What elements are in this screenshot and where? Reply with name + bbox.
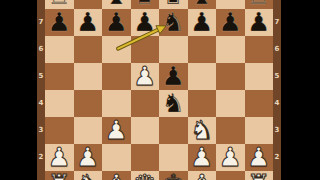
rank-label-left-1: 1 [37,171,45,180]
piece-white-pawn-g2: ♟ [219,144,242,171]
piece-black-pawn-d7: ♟ [133,9,156,36]
square-a6[interactable] [45,36,74,63]
square-a5[interactable] [45,63,74,90]
square-h2[interactable]: ♟ [245,144,274,171]
square-b7[interactable]: ♟ [74,9,103,36]
rank-label-left-2: 2 [37,144,45,171]
piece-black-pawn-g7: ♟ [219,9,242,36]
square-f7[interactable]: ♟ [188,9,217,36]
piece-black-queen-d8: ♛ [133,0,156,9]
chess-video-frame: 87654321 ♜♝♛♚♝♜♟♟♟♟♞♟♟♟♟♟♞♟♞♟♟♟♟♟♜♞♝♛♚♝♜… [0,0,320,180]
rank-label-right-8: 8 [273,0,281,9]
piece-black-rook-h8: ♜ [247,0,270,9]
square-b4[interactable] [74,90,103,117]
square-e7[interactable]: ♞ [159,9,188,36]
rank-label-right-5: 5 [273,63,281,90]
square-c1[interactable]: ♝ [102,171,131,180]
rank-label-right-1: 1 [273,171,281,180]
square-g5[interactable] [216,63,245,90]
square-g3[interactable] [216,117,245,144]
square-c6[interactable] [102,36,131,63]
square-g8[interactable] [216,0,245,9]
square-b6[interactable] [74,36,103,63]
square-f5[interactable] [188,63,217,90]
square-c4[interactable] [102,90,131,117]
piece-white-bishop-c1: ♝ [105,171,128,180]
rank-label-right-7: 7 [273,9,281,36]
square-a2[interactable]: ♟ [45,144,74,171]
piece-white-knight-b1: ♞ [76,171,99,180]
rank-label-right-6: 6 [273,36,281,63]
piece-black-knight-e4: ♞ [162,90,185,117]
square-d6[interactable] [131,36,160,63]
square-c3[interactable]: ♟ [102,117,131,144]
square-e6[interactable] [159,36,188,63]
rank-label-left-4: 4 [37,90,45,117]
rank-label-left-3: 3 [37,117,45,144]
square-h6[interactable] [245,36,274,63]
square-h8[interactable]: ♜ [245,0,274,9]
square-a4[interactable] [45,90,74,117]
rank-label-right-4: 4 [273,90,281,117]
square-a1[interactable]: ♜ [45,171,74,180]
square-b1[interactable]: ♞ [74,171,103,180]
piece-black-pawn-e5: ♟ [162,63,185,90]
square-f1[interactable]: ♝ [188,171,217,180]
piece-black-pawn-c7: ♟ [105,9,128,36]
square-a3[interactable] [45,117,74,144]
square-g2[interactable]: ♟ [216,144,245,171]
rank-label-left-8: 8 [37,0,45,9]
piece-white-rook-h1: ♜ [247,171,270,180]
square-b8[interactable] [74,0,103,9]
square-b3[interactable] [74,117,103,144]
rank-label-left-6: 6 [37,36,45,63]
square-f6[interactable] [188,36,217,63]
square-c7[interactable]: ♟ [102,9,131,36]
piece-black-pawn-a7: ♟ [48,9,71,36]
rank-label-right-3: 3 [273,117,281,144]
rank-labels-left: 87654321 [37,0,45,180]
square-a7[interactable]: ♟ [45,9,74,36]
square-f3[interactable]: ♞ [188,117,217,144]
square-f2[interactable]: ♟ [188,144,217,171]
piece-white-pawn-d5: ♟ [133,63,156,90]
piece-white-pawn-f2: ♟ [190,144,213,171]
square-d4[interactable] [131,90,160,117]
piece-white-pawn-b2: ♟ [76,144,99,171]
square-d5[interactable]: ♟ [131,63,160,90]
rank-label-left-7: 7 [37,9,45,36]
square-e1[interactable]: ♚ [159,171,188,180]
piece-white-pawn-h2: ♟ [247,144,270,171]
piece-white-rook-a1: ♜ [48,171,71,180]
square-g7[interactable]: ♟ [216,9,245,36]
piece-black-rook-a8: ♜ [48,0,71,9]
piece-white-queen-d1: ♛ [133,171,156,180]
square-g1[interactable] [216,171,245,180]
square-h3[interactable] [245,117,274,144]
square-e5[interactable]: ♟ [159,63,188,90]
piece-white-king-e1: ♚ [162,171,185,180]
square-g4[interactable] [216,90,245,117]
square-h1[interactable]: ♜ [245,171,274,180]
square-c8[interactable]: ♝ [102,0,131,9]
square-e8[interactable]: ♚ [159,0,188,9]
piece-black-bishop-f8: ♝ [190,0,213,9]
square-c5[interactable] [102,63,131,90]
piece-black-bishop-c8: ♝ [105,0,128,9]
piece-white-knight-f3: ♞ [190,117,213,144]
piece-white-pawn-c3: ♟ [105,117,128,144]
piece-black-pawn-b7: ♟ [76,9,99,36]
square-a8[interactable]: ♜ [45,0,74,9]
square-d3[interactable] [131,117,160,144]
square-d7[interactable]: ♟ [131,9,160,36]
piece-black-knight-e7: ♞ [162,9,185,36]
square-h7[interactable]: ♟ [245,9,274,36]
square-d8[interactable]: ♛ [131,0,160,9]
piece-black-pawn-h7: ♟ [247,9,270,36]
piece-white-bishop-f1: ♝ [190,171,213,180]
square-h4[interactable] [245,90,274,117]
square-e3[interactable] [159,117,188,144]
square-d1[interactable]: ♛ [131,171,160,180]
square-b2[interactable]: ♟ [74,144,103,171]
square-e2[interactable] [159,144,188,171]
square-h5[interactable] [245,63,274,90]
piece-black-pawn-f7: ♟ [190,9,213,36]
square-f4[interactable] [188,90,217,117]
square-f8[interactable]: ♝ [188,0,217,9]
square-b5[interactable] [74,63,103,90]
piece-white-pawn-a2: ♟ [48,144,71,171]
rank-label-left-5: 5 [37,63,45,90]
square-d2[interactable] [131,144,160,171]
square-e4[interactable]: ♞ [159,90,188,117]
chess-board: ♜♝♛♚♝♜♟♟♟♟♞♟♟♟♟♟♞♟♞♟♟♟♟♟♜♞♝♛♚♝♜ [45,0,273,180]
rank-labels-right: 87654321 [273,0,281,180]
rank-label-right-2: 2 [273,144,281,171]
piece-black-king-e8: ♚ [162,0,185,9]
square-g6[interactable] [216,36,245,63]
square-c2[interactable] [102,144,131,171]
